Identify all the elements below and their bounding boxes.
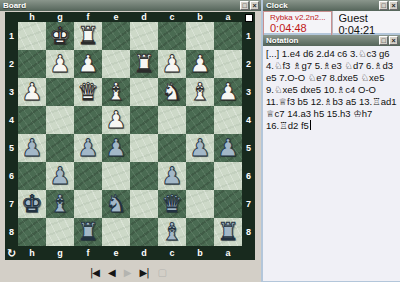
coord-label: 7 [242, 190, 255, 218]
piece-white-rook: ♜ [77, 24, 99, 48]
board-client-area: hgfedcba 12345678 ♚♜♟♟♜♟♟♟♛♝♞♝♟♟♟♟♟♟♟♟♟♚… [0, 11, 261, 282]
coord-label: 5 [242, 134, 255, 162]
square-b6[interactable] [186, 162, 214, 190]
piece-black-bishop: ♝ [49, 192, 71, 216]
coord-label: 2 [5, 50, 18, 78]
square-a7[interactable] [214, 190, 242, 218]
white-clock-time: 0:04:48 [270, 22, 331, 34]
square-d5[interactable] [130, 134, 158, 162]
chess-board[interactable]: ♚♜♟♟♜♟♟♟♛♝♞♝♟♟♟♟♟♟♟♟♟♚♝♞♛♜♝♜ [18, 22, 242, 246]
square-f4[interactable] [74, 106, 102, 134]
coord-label: 4 [5, 106, 18, 134]
square-d1[interactable] [130, 22, 158, 50]
square-c5[interactable] [158, 134, 186, 162]
square-c8[interactable]: ♝ [158, 218, 186, 246]
notation-titlebar: Notation □ × [263, 35, 400, 46]
square-a4[interactable] [214, 106, 242, 134]
notation-body[interactable]: [...] 1.e4 d6 2.d4 c6 3.♘c3 g6 4.♘f3 ♗g7… [263, 46, 400, 281]
square-f5[interactable]: ♟ [74, 134, 102, 162]
white-clock: Rybka v2.2n2... 0:04:48 [263, 11, 332, 36]
piece-white-pawn: ♟ [49, 52, 71, 76]
flip-board-icon[interactable]: ↻ [5, 246, 18, 260]
square-b7[interactable] [186, 190, 214, 218]
clock-body: Rybka v2.2n2... 0:04:48 Guest 0:04:21 [263, 11, 400, 33]
square-b3[interactable]: ♝ [186, 78, 214, 106]
square-h8[interactable] [18, 218, 46, 246]
file-labels-top: hgfedcba [18, 12, 242, 22]
square-e4[interactable]: ♟ [102, 106, 130, 134]
square-h5[interactable]: ♟ [18, 134, 46, 162]
square-d4[interactable] [130, 106, 158, 134]
piece-white-pawn: ♟ [21, 80, 43, 104]
piece-white-king: ♚ [49, 24, 71, 48]
coord-label: d [130, 246, 158, 260]
coord-label: 4 [242, 106, 255, 134]
square-e6[interactable] [102, 162, 130, 190]
square-e7[interactable]: ♞ [102, 190, 130, 218]
board-titlebar: Board □ × [0, 0, 261, 11]
move-list[interactable]: [...] 1.e4 d6 2.d4 c6 3.♘c3 g6 4.♘f3 ♗g7… [266, 48, 397, 131]
piece-white-pawn: ♟ [217, 80, 239, 104]
maximize-icon[interactable]: □ [379, 36, 388, 45]
white-player-name: Rybka v2.2n2... [270, 13, 331, 22]
square-b4[interactable] [186, 106, 214, 134]
board-panel: Board □ × hgfedcba 12345678 ♚♜♟♟♜♟♟♟♛♝♞♝… [0, 0, 261, 282]
coord-label: a [214, 246, 242, 260]
coord-label: 6 [242, 162, 255, 190]
piece-white-pawn: ♟ [189, 52, 211, 76]
coord-label: 1 [5, 22, 18, 50]
square-b8[interactable] [186, 218, 214, 246]
piece-black-pawn: ♟ [77, 136, 99, 160]
rank-labels-right: 12345678 [242, 22, 255, 246]
coord-label: 3 [5, 78, 18, 106]
clock-panel-title: Clock [266, 1, 288, 10]
square-h2[interactable] [18, 50, 46, 78]
square-f1[interactable]: ♜ [74, 22, 102, 50]
coord-label: b [186, 12, 214, 22]
square-d6[interactable] [130, 162, 158, 190]
square-b5[interactable]: ♟ [186, 134, 214, 162]
coord-label: 8 [242, 218, 255, 246]
square-g8[interactable] [46, 218, 74, 246]
square-a3[interactable]: ♟ [214, 78, 242, 106]
piece-black-knight: ♞ [105, 192, 127, 216]
maximize-icon[interactable]: □ [240, 1, 249, 10]
frame-corner-br [242, 246, 255, 260]
square-h6[interactable] [18, 162, 46, 190]
next-move-button: ▶ [124, 268, 131, 278]
coord-label: e [102, 246, 130, 260]
last-move-button[interactable]: ▶| [139, 268, 148, 278]
piece-black-pawn: ♟ [49, 164, 71, 188]
coord-label: a [214, 12, 242, 22]
black-clock: Guest 0:04:21 [332, 11, 400, 36]
coord-label: c [158, 246, 186, 260]
coord-label: 3 [242, 78, 255, 106]
piece-black-pawn: ♟ [105, 136, 127, 160]
square-c7[interactable]: ♛ [158, 190, 186, 218]
square-g7[interactable]: ♝ [46, 190, 74, 218]
square-e3[interactable]: ♝ [102, 78, 130, 106]
piece-white-knight: ♞ [161, 80, 183, 104]
file-labels-bottom: hgfedcba [18, 246, 242, 260]
square-d8[interactable] [130, 218, 158, 246]
square-f7[interactable] [74, 190, 102, 218]
coord-label: g [46, 12, 74, 22]
square-e1[interactable] [102, 22, 130, 50]
coord-label: 2 [242, 50, 255, 78]
square-a1[interactable] [214, 22, 242, 50]
square-a6[interactable] [214, 162, 242, 190]
piece-white-bishop: ♝ [189, 80, 211, 104]
square-f8[interactable]: ♜ [74, 218, 102, 246]
move-navigation-bar: |◀◀▶▶|▢ [0, 263, 256, 282]
piece-white-queen: ♛ [77, 80, 99, 104]
square-g1[interactable]: ♚ [46, 22, 74, 50]
piece-black-pawn: ♟ [21, 136, 43, 160]
coord-label: h [18, 12, 46, 22]
piece-black-pawn: ♟ [217, 136, 239, 160]
square-c2[interactable]: ♟ [158, 50, 186, 78]
coord-label: b [186, 246, 214, 260]
square-f2[interactable]: ♟ [74, 50, 102, 78]
square-a5[interactable]: ♟ [214, 134, 242, 162]
piece-white-pawn: ♟ [105, 108, 127, 132]
square-f6[interactable] [74, 162, 102, 190]
coord-label: 5 [5, 134, 18, 162]
square-g5[interactable] [46, 134, 74, 162]
notation-panel-title: Notation [266, 36, 298, 45]
square-h4[interactable] [18, 106, 46, 134]
clock-panel: Clock □ × Rybka v2.2n2... 0:04:48 Guest … [263, 0, 400, 33]
piece-black-pawn: ♟ [189, 136, 211, 160]
coord-label: f [74, 12, 102, 22]
square-e2[interactable] [102, 50, 130, 78]
piece-black-rook: ♜ [77, 220, 99, 244]
coord-label: 8 [5, 218, 18, 246]
coord-label: c [158, 12, 186, 22]
piece-black-king: ♚ [21, 192, 43, 216]
piece-white-bishop: ♝ [105, 80, 127, 104]
square-c4[interactable] [158, 106, 186, 134]
square-f3[interactable]: ♛ [74, 78, 102, 106]
coord-label: g [46, 246, 74, 260]
previous-move-button[interactable]: ◀ [108, 268, 115, 278]
square-h1[interactable] [18, 22, 46, 50]
board-panel-title: Board [3, 1, 26, 10]
coord-label: f [74, 246, 102, 260]
board-frame: hgfedcba 12345678 ♚♜♟♟♜♟♟♟♛♝♞♝♟♟♟♟♟♟♟♟♟♚… [5, 12, 255, 260]
text-caret [310, 120, 311, 130]
frame-corner-tr [242, 12, 255, 22]
square-c6[interactable]: ♟ [158, 162, 186, 190]
square-c1[interactable] [158, 22, 186, 50]
square-h7[interactable]: ♚ [18, 190, 46, 218]
square-g6[interactable]: ♟ [46, 162, 74, 190]
square-b1[interactable] [186, 22, 214, 50]
square-a8[interactable]: ♜ [214, 218, 242, 246]
piece-black-bishop: ♝ [161, 220, 183, 244]
square-a2[interactable] [214, 50, 242, 78]
coord-label: d [130, 12, 158, 22]
first-move-button[interactable]: |◀ [90, 268, 99, 278]
piece-black-queen: ♛ [161, 192, 183, 216]
piece-white-rook: ♜ [133, 52, 155, 76]
piece-white-pawn: ♟ [161, 52, 183, 76]
maximize-icon[interactable]: □ [379, 1, 388, 10]
square-b2[interactable]: ♟ [186, 50, 214, 78]
piece-white-pawn: ♟ [77, 52, 99, 76]
coord-label: e [102, 12, 130, 22]
coord-label: 7 [5, 190, 18, 218]
close-icon[interactable]: × [389, 36, 398, 45]
coord-label: 6 [5, 162, 18, 190]
square-g2[interactable]: ♟ [46, 50, 74, 78]
square-d7[interactable] [130, 190, 158, 218]
side-to-move-indicator [245, 14, 253, 22]
square-d2[interactable]: ♜ [130, 50, 158, 78]
square-g3[interactable] [46, 78, 74, 106]
frame-corner-tl [5, 12, 18, 22]
square-g4[interactable] [46, 106, 74, 134]
close-icon[interactable]: × [250, 1, 259, 10]
record-button: ▢ [158, 268, 166, 278]
rank-labels-left: 12345678 [5, 22, 18, 246]
piece-black-pawn: ♟ [161, 164, 183, 188]
square-e5[interactable]: ♟ [102, 134, 130, 162]
piece-black-rook: ♜ [217, 220, 239, 244]
coord-label: h [18, 246, 46, 260]
square-e8[interactable] [102, 218, 130, 246]
black-player-name: Guest [339, 12, 400, 24]
coord-label: 1 [242, 22, 255, 50]
square-c3[interactable]: ♞ [158, 78, 186, 106]
clock-titlebar: Clock □ × [263, 0, 400, 11]
square-h3[interactable]: ♟ [18, 78, 46, 106]
square-d3[interactable] [130, 78, 158, 106]
notation-panel: Notation □ × [...] 1.e4 d6 2.d4 c6 3.♘c3… [263, 35, 400, 281]
close-icon[interactable]: × [389, 1, 398, 10]
